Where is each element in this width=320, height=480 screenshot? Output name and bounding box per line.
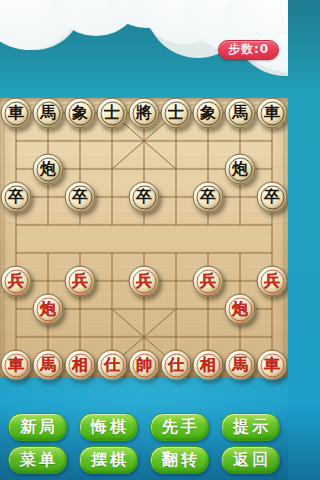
- piece-glyph: 兵: [258, 267, 287, 296]
- steps-badge: 步数:0: [218, 40, 279, 60]
- piece-glyph: 炮: [34, 295, 63, 324]
- piece-black-chariot[interactable]: 車: [257, 98, 288, 129]
- piece-red-soldier[interactable]: 兵: [65, 266, 96, 297]
- menu-button[interactable]: 菜单: [8, 446, 67, 474]
- piece-black-soldier[interactable]: 卒: [257, 182, 288, 213]
- piece-red-horse[interactable]: 馬: [225, 350, 256, 381]
- piece-glyph: 炮: [34, 155, 63, 184]
- piece-glyph: 兵: [194, 267, 223, 296]
- piece-glyph: 象: [66, 99, 95, 128]
- piece-glyph: 卒: [258, 183, 287, 212]
- piece-glyph: 相: [66, 351, 95, 380]
- piece-red-soldier[interactable]: 兵: [1, 266, 32, 297]
- piece-glyph: 士: [162, 99, 191, 128]
- piece-glyph: 炮: [226, 155, 255, 184]
- piece-black-soldier[interactable]: 卒: [1, 182, 32, 213]
- piece-glyph: 車: [258, 99, 287, 128]
- piece-glyph: 將: [130, 99, 159, 128]
- piece-red-elephant[interactable]: 相: [193, 350, 224, 381]
- piece-black-advisor[interactable]: 士: [97, 98, 128, 129]
- piece-glyph: 相: [194, 351, 223, 380]
- piece-red-soldier[interactable]: 兵: [257, 266, 288, 297]
- piece-glyph: 士: [98, 99, 127, 128]
- flip-button[interactable]: 翻转: [150, 446, 209, 474]
- piece-red-general[interactable]: 帥: [129, 350, 160, 381]
- piece-glyph: 帥: [130, 351, 159, 380]
- piece-glyph: 卒: [194, 183, 223, 212]
- piece-red-soldier[interactable]: 兵: [129, 266, 160, 297]
- piece-glyph: 仕: [98, 351, 127, 380]
- piece-red-cannon[interactable]: 炮: [33, 294, 64, 325]
- board[interactable]: 車馬象士將士象馬車炮炮卒卒卒卒卒兵兵兵兵兵炮炮車馬相仕帥仕相馬車: [0, 98, 288, 378]
- piece-red-soldier[interactable]: 兵: [193, 266, 224, 297]
- piece-black-advisor[interactable]: 士: [161, 98, 192, 129]
- piece-black-cannon[interactable]: 炮: [225, 154, 256, 185]
- piece-black-elephant[interactable]: 象: [193, 98, 224, 129]
- piece-red-chariot[interactable]: 車: [257, 350, 288, 381]
- piece-glyph: 馬: [34, 351, 63, 380]
- piece-glyph: 卒: [130, 183, 159, 212]
- piece-glyph: 兵: [2, 267, 31, 296]
- piece-glyph: 馬: [34, 99, 63, 128]
- first-move-button[interactable]: 先手: [150, 413, 209, 441]
- new-game-button[interactable]: 新局: [8, 413, 67, 441]
- piece-glyph: 車: [2, 351, 31, 380]
- action-button-panel: 新局 悔棋 先手 提示 菜单 摆棋 翻转 返回: [0, 413, 288, 474]
- piece-glyph: 象: [194, 99, 223, 128]
- piece-black-chariot[interactable]: 車: [1, 98, 32, 129]
- piece-black-horse[interactable]: 馬: [225, 98, 256, 129]
- piece-red-advisor[interactable]: 仕: [161, 350, 192, 381]
- piece-black-soldier[interactable]: 卒: [129, 182, 160, 213]
- board-grid: [0, 98, 288, 378]
- piece-glyph: 車: [2, 99, 31, 128]
- piece-red-advisor[interactable]: 仕: [97, 350, 128, 381]
- piece-glyph: 兵: [66, 267, 95, 296]
- button-row-2: 菜单 摆棋 翻转 返回: [0, 446, 288, 474]
- piece-black-soldier[interactable]: 卒: [65, 182, 96, 213]
- piece-red-chariot[interactable]: 車: [1, 350, 32, 381]
- piece-black-elephant[interactable]: 象: [65, 98, 96, 129]
- piece-glyph: 仕: [162, 351, 191, 380]
- piece-glyph: 兵: [130, 267, 159, 296]
- piece-glyph: 馬: [226, 351, 255, 380]
- setup-button[interactable]: 摆棋: [79, 446, 138, 474]
- undo-button[interactable]: 悔棋: [79, 413, 138, 441]
- piece-black-horse[interactable]: 馬: [33, 98, 64, 129]
- piece-black-general[interactable]: 將: [129, 98, 160, 129]
- piece-red-cannon[interactable]: 炮: [225, 294, 256, 325]
- button-row-1: 新局 悔棋 先手 提示: [0, 413, 288, 441]
- piece-glyph: 卒: [66, 183, 95, 212]
- hint-button[interactable]: 提示: [221, 413, 280, 441]
- xiangqi-app: { "game": "xiangqi", "position": { "fen"…: [0, 0, 288, 480]
- piece-black-soldier[interactable]: 卒: [193, 182, 224, 213]
- piece-glyph: 車: [258, 351, 287, 380]
- piece-red-horse[interactable]: 馬: [33, 350, 64, 381]
- back-button[interactable]: 返回: [221, 446, 280, 474]
- piece-glyph: 炮: [226, 295, 255, 324]
- piece-glyph: 馬: [226, 99, 255, 128]
- piece-black-cannon[interactable]: 炮: [33, 154, 64, 185]
- piece-red-elephant[interactable]: 相: [65, 350, 96, 381]
- piece-glyph: 卒: [2, 183, 31, 212]
